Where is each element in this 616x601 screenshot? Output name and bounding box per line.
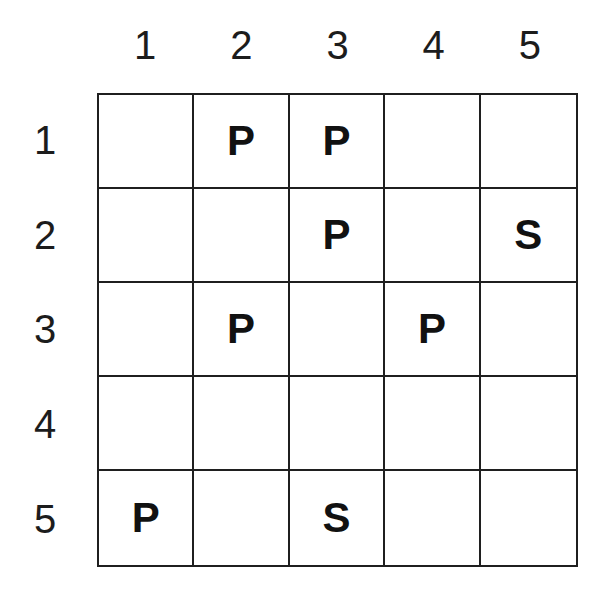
row-label-1: 1 bbox=[12, 93, 78, 188]
cell-letter: P bbox=[227, 308, 255, 350]
cell-r4c5 bbox=[481, 377, 576, 471]
cell-r1c3: P bbox=[290, 95, 385, 189]
cell-r3c2: P bbox=[194, 283, 289, 377]
cell-r1c5 bbox=[481, 95, 576, 189]
cell-r2c5: S bbox=[481, 189, 576, 283]
cell-r5c4 bbox=[385, 471, 480, 565]
row-label-3: 3 bbox=[12, 283, 78, 378]
cell-r4c1 bbox=[99, 377, 194, 471]
cell-r1c4 bbox=[385, 95, 480, 189]
board-grid: PPPSPPPS bbox=[97, 93, 578, 567]
col-label-2: 2 bbox=[193, 12, 289, 78]
cell-r1c1 bbox=[99, 95, 194, 189]
cell-r5c1: P bbox=[99, 471, 194, 565]
row-label-5: 5 bbox=[12, 472, 78, 567]
cell-r5c5 bbox=[481, 471, 576, 565]
cell-r1c2: P bbox=[194, 95, 289, 189]
cell-letter: P bbox=[418, 308, 446, 350]
cell-r2c2 bbox=[194, 189, 289, 283]
cell-r3c3 bbox=[290, 283, 385, 377]
col-label-1: 1 bbox=[97, 12, 193, 78]
cell-r2c3: P bbox=[290, 189, 385, 283]
cell-r3c1 bbox=[99, 283, 194, 377]
row-label-2: 2 bbox=[12, 188, 78, 283]
cell-letter: S bbox=[514, 214, 542, 256]
cell-letter: P bbox=[322, 120, 350, 162]
cell-r5c2 bbox=[194, 471, 289, 565]
column-labels: 12345 bbox=[97, 12, 578, 78]
col-label-5: 5 bbox=[482, 12, 578, 78]
cell-r5c3: S bbox=[290, 471, 385, 565]
cell-r3c5 bbox=[481, 283, 576, 377]
cell-r3c4: P bbox=[385, 283, 480, 377]
cell-r4c2 bbox=[194, 377, 289, 471]
puzzle-diagram: 12345 12345 PPPSPPPS bbox=[0, 0, 616, 601]
cell-letter: P bbox=[132, 497, 160, 539]
col-label-3: 3 bbox=[289, 12, 385, 78]
cell-r2c4 bbox=[385, 189, 480, 283]
cell-r4c3 bbox=[290, 377, 385, 471]
row-labels: 12345 bbox=[12, 93, 78, 567]
cell-letter: S bbox=[322, 497, 350, 539]
cell-letter: P bbox=[322, 214, 350, 256]
cell-r2c1 bbox=[99, 189, 194, 283]
cell-r4c4 bbox=[385, 377, 480, 471]
row-label-4: 4 bbox=[12, 377, 78, 472]
cell-letter: P bbox=[227, 120, 255, 162]
col-label-4: 4 bbox=[386, 12, 482, 78]
